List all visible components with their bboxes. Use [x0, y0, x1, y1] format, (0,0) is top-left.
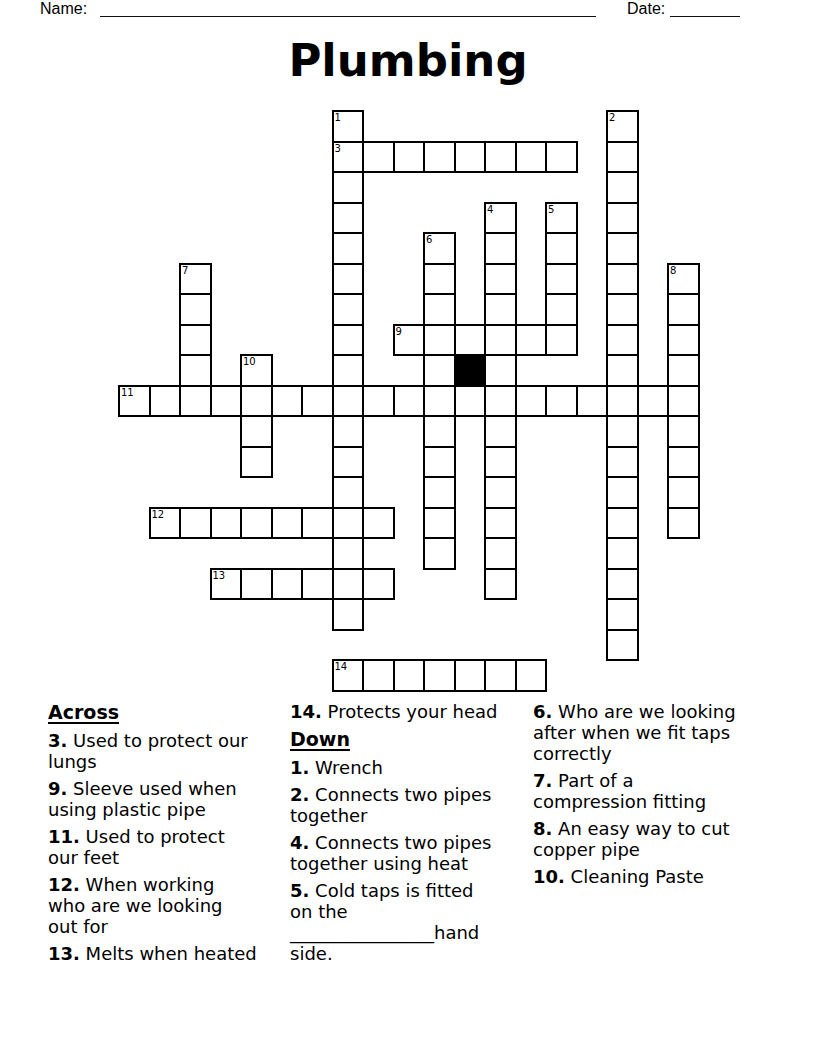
grid-cell[interactable] [576, 385, 609, 418]
clue-text: Sleeve used when using plastic pipe [48, 778, 237, 820]
grid-cell[interactable] [515, 659, 548, 692]
grid-cell[interactable] [637, 385, 670, 418]
grid-cell[interactable] [179, 507, 212, 540]
grid-cell[interactable] [667, 507, 700, 540]
grid-cell[interactable] [423, 415, 456, 448]
grid-cell[interactable]: 4 [484, 202, 517, 235]
grid-cell[interactable] [423, 446, 456, 479]
name-label: Name: [40, 0, 87, 18]
grid-cell[interactable] [606, 171, 639, 204]
cell-number: 14 [335, 661, 348, 672]
grid-cell[interactable] [332, 476, 365, 509]
grid-cell[interactable] [454, 141, 487, 174]
grid-cell[interactable] [332, 385, 365, 418]
grid-cell[interactable] [423, 293, 456, 326]
cell-number: 2 [609, 112, 615, 123]
grid-cell[interactable] [393, 385, 426, 418]
clue-3: 3. Used to protect our lungs [48, 730, 257, 772]
clue-text: Part of a compression fitting [533, 770, 706, 812]
grid-cell[interactable] [484, 354, 517, 387]
grid-cell[interactable] [362, 659, 395, 692]
grid-cell[interactable] [332, 598, 365, 631]
grid-cell[interactable] [484, 263, 517, 296]
grid-cell[interactable] [271, 568, 304, 601]
grid-cell[interactable] [606, 507, 639, 540]
crossword-grid: 1234567891011121314 [118, 110, 700, 692]
grid-cell[interactable] [667, 446, 700, 479]
grid-cell[interactable] [484, 232, 517, 265]
grid-cell[interactable] [149, 385, 182, 418]
grid-cell[interactable] [423, 476, 456, 509]
grid-cell[interactable] [667, 293, 700, 326]
grid-cell[interactable] [545, 293, 578, 326]
grid-cell[interactable] [240, 415, 273, 448]
grid-cell[interactable] [606, 293, 639, 326]
grid-cell[interactable]: 8 [667, 263, 700, 296]
clue-13: 13. Melts when heated [48, 943, 257, 964]
grid-cell[interactable] [454, 659, 487, 692]
grid-cell[interactable]: 9 [393, 324, 426, 357]
date-label: Date: [627, 0, 665, 18]
clue-column: 14. Protects your headDown1. Wrench2. Co… [290, 701, 499, 970]
grid-cell[interactable] [484, 324, 517, 357]
grid-cell[interactable]: 2 [606, 110, 639, 143]
grid-cell[interactable] [484, 446, 517, 479]
clue-8: 8. An easy way to cut copper pipe [533, 818, 742, 860]
grid-cell[interactable] [240, 385, 273, 418]
clue-number: 1. [290, 757, 309, 778]
cell-number: 6 [426, 234, 432, 245]
clue-text: Protects your head [322, 701, 498, 722]
grid-cell[interactable] [667, 415, 700, 448]
grid-cell[interactable] [240, 568, 273, 601]
cell-number: 9 [396, 326, 402, 337]
grid-cell[interactable]: 3 [332, 141, 365, 174]
grid-cell[interactable] [332, 324, 365, 357]
grid-cell[interactable] [423, 141, 456, 174]
grid-cell[interactable]: 5 [545, 202, 578, 235]
grid-cell[interactable] [179, 293, 212, 326]
grid-cell[interactable] [606, 598, 639, 631]
grid-cell[interactable] [332, 232, 365, 265]
grid-cell[interactable] [179, 324, 212, 357]
grid-cell[interactable] [423, 324, 456, 357]
clue-number: 2. [290, 784, 309, 805]
name-input-line[interactable] [100, 1, 596, 17]
clue-column: 6. Who are we looking after when we fit … [533, 701, 742, 893]
clue-number: 11. [48, 826, 80, 847]
grid-cell[interactable] [606, 629, 639, 662]
clue-number: 13. [48, 943, 80, 964]
grid-cell[interactable] [210, 507, 243, 540]
across-header: Across [48, 701, 257, 724]
grid-cell[interactable] [606, 263, 639, 296]
grid-cell[interactable]: 13 [210, 568, 243, 601]
grid-cell[interactable]: 7 [179, 263, 212, 296]
grid-cell[interactable] [362, 507, 395, 540]
grid-cell[interactable] [393, 141, 426, 174]
grid-cell[interactable] [667, 324, 700, 357]
grid-cell[interactable] [332, 202, 365, 235]
grid-cell[interactable] [545, 324, 578, 357]
grid-cell[interactable] [484, 293, 517, 326]
cell-number: 12 [152, 509, 165, 520]
grid-cell[interactable] [606, 476, 639, 509]
grid-cell[interactable] [332, 293, 365, 326]
page-title: Plumbing [0, 34, 816, 87]
clue-14: 14. Protects your head [290, 701, 499, 722]
clue-number: 5. [290, 880, 309, 901]
grid-cell[interactable] [545, 385, 578, 418]
cell-number: 5 [548, 204, 554, 215]
grid-cell[interactable]: 12 [149, 507, 182, 540]
grid-cell[interactable] [515, 385, 548, 418]
grid-cell[interactable] [606, 354, 639, 387]
grid-cell[interactable] [606, 446, 639, 479]
grid-cell[interactable] [210, 385, 243, 418]
date-input-line[interactable] [670, 1, 740, 17]
grid-cell[interactable] [301, 507, 334, 540]
grid-cell[interactable] [515, 141, 548, 174]
grid-cell[interactable] [301, 385, 334, 418]
grid-cell[interactable] [332, 446, 365, 479]
clue-1: 1. Wrench [290, 757, 499, 778]
grid-cell[interactable] [484, 507, 517, 540]
grid-cell[interactable] [667, 354, 700, 387]
cell-number: 11 [121, 387, 134, 398]
grid-cell[interactable] [545, 141, 578, 174]
grid-cell[interactable] [423, 537, 456, 570]
grid-cell[interactable] [484, 141, 517, 174]
grid-cell[interactable] [606, 537, 639, 570]
grid-cell[interactable] [484, 415, 517, 448]
grid-cell[interactable] [362, 141, 395, 174]
down-header: Down [290, 728, 499, 751]
clue-text: Cold taps is fitted on the _____________… [290, 880, 479, 964]
grid-cell[interactable] [606, 324, 639, 357]
cell-number: 1 [335, 112, 341, 123]
cell-number: 7 [182, 265, 188, 276]
grid-cell[interactable]: 14 [332, 659, 365, 692]
cell-number: 3 [335, 143, 341, 154]
grid-cell[interactable] [332, 507, 365, 540]
clue-number: 6. [533, 701, 552, 722]
clue-number: 12. [48, 874, 80, 895]
grid-cell[interactable] [423, 507, 456, 540]
cell-number: 8 [670, 265, 676, 276]
grid-cell[interactable]: 1 [332, 110, 365, 143]
cell-number: 10 [243, 356, 256, 367]
grid-cell[interactable] [240, 446, 273, 479]
grid-cell[interactable] [454, 324, 487, 357]
clue-10: 10. Cleaning Paste [533, 866, 742, 887]
clue-text: Used to protect our lungs [48, 730, 248, 772]
clue-9: 9. Sleeve used when using plastic pipe [48, 778, 257, 820]
grid-cell[interactable] [271, 507, 304, 540]
clue-text: Melts when heated [80, 943, 257, 964]
black-cell [454, 354, 487, 387]
worksheet-page: Name: Date: Plumbing 1234567891011121314… [0, 0, 816, 1056]
clue-number: 4. [290, 832, 309, 853]
grid-cell[interactable] [271, 385, 304, 418]
clue-7: 7. Part of a compression fitting [533, 770, 742, 812]
grid-cell[interactable] [423, 354, 456, 387]
clue-11: 11. Used to protect our feet [48, 826, 257, 868]
clue-number: 3. [48, 730, 67, 751]
grid-cell[interactable] [667, 476, 700, 509]
grid-cell[interactable] [667, 385, 700, 418]
clue-12: 12. When working who are we looking out … [48, 874, 257, 937]
clue-2: 2. Connects two pipes together [290, 784, 499, 826]
grid-cell[interactable] [362, 385, 395, 418]
clue-text: Connects two pipes together [290, 784, 491, 826]
grid-cell[interactable] [484, 476, 517, 509]
grid-cell[interactable] [362, 568, 395, 601]
grid-cell[interactable]: 10 [240, 354, 273, 387]
grid-cell[interactable] [332, 354, 365, 387]
clue-number: 9. [48, 778, 67, 799]
grid-cell[interactable] [484, 537, 517, 570]
clue-text: Wrench [309, 757, 383, 778]
grid-cell[interactable] [606, 232, 639, 265]
grid-cell[interactable] [606, 202, 639, 235]
grid-cell[interactable] [240, 507, 273, 540]
grid-cell[interactable] [515, 324, 548, 357]
grid-cell[interactable] [332, 171, 365, 204]
grid-cell[interactable]: 6 [423, 232, 456, 265]
grid-cell[interactable] [332, 415, 365, 448]
clue-text: Who are we looking after when we fit tap… [533, 701, 736, 764]
grid-cell[interactable] [423, 263, 456, 296]
clue-5: 5. Cold taps is fitted on the __________… [290, 880, 499, 964]
grid-cell[interactable] [332, 537, 365, 570]
clue-number: 8. [533, 818, 552, 839]
grid-cell[interactable]: 11 [118, 385, 151, 418]
clue-number: 14. [290, 701, 322, 722]
clue-6: 6. Who are we looking after when we fit … [533, 701, 742, 764]
clue-text: Connects two pipes together using heat [290, 832, 491, 874]
clue-4: 4. Connects two pipes together using hea… [290, 832, 499, 874]
grid-cell[interactable] [332, 568, 365, 601]
clue-column: Across3. Used to protect our lungs9. Sle… [48, 701, 257, 970]
clue-number: 7. [533, 770, 552, 791]
grid-cell[interactable] [423, 385, 456, 418]
grid-cell[interactable] [545, 263, 578, 296]
grid-cell[interactable] [179, 354, 212, 387]
clue-number: 10. [533, 866, 565, 887]
grid-cell[interactable] [332, 263, 365, 296]
grid-cell[interactable] [545, 232, 578, 265]
grid-cell[interactable] [179, 385, 212, 418]
clue-text: Cleaning Paste [565, 866, 704, 887]
grid-cell[interactable] [393, 659, 426, 692]
grid-cell[interactable] [484, 568, 517, 601]
grid-cell[interactable] [606, 141, 639, 174]
grid-cell[interactable] [484, 659, 517, 692]
cell-number: 4 [487, 204, 493, 215]
grid-cell[interactable] [423, 659, 456, 692]
grid-cell[interactable] [484, 385, 517, 418]
cell-number: 13 [213, 570, 226, 581]
grid-cell[interactable] [606, 385, 639, 418]
grid-cell[interactable] [301, 568, 334, 601]
clue-text: An easy way to cut copper pipe [533, 818, 730, 860]
grid-cell[interactable] [606, 415, 639, 448]
grid-cell[interactable] [606, 568, 639, 601]
grid-cell[interactable] [454, 385, 487, 418]
